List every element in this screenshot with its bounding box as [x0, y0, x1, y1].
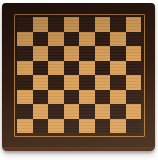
- square-c5[interactable]: [48, 61, 64, 76]
- square-h3[interactable]: [126, 90, 142, 105]
- board-bottom-edge: [3, 147, 154, 151]
- chessboard: [2, 3, 155, 151]
- square-f1[interactable]: [95, 119, 111, 134]
- square-e8[interactable]: [79, 17, 95, 32]
- square-h2[interactable]: [126, 104, 142, 119]
- square-g7[interactable]: [110, 32, 126, 47]
- square-a2[interactable]: [17, 104, 33, 119]
- square-c2[interactable]: [48, 104, 64, 119]
- square-e4[interactable]: [79, 75, 95, 90]
- square-h7[interactable]: [126, 32, 142, 47]
- square-g5[interactable]: [110, 61, 126, 76]
- square-f8[interactable]: [95, 17, 111, 32]
- square-h5[interactable]: [126, 61, 142, 76]
- square-b4[interactable]: [33, 75, 49, 90]
- square-d4[interactable]: [64, 75, 80, 90]
- product-photo: [0, 0, 158, 160]
- square-c7[interactable]: [48, 32, 64, 47]
- square-h6[interactable]: [126, 46, 142, 61]
- square-g6[interactable]: [110, 46, 126, 61]
- square-d8[interactable]: [64, 17, 80, 32]
- square-e5[interactable]: [79, 61, 95, 76]
- square-d1[interactable]: [64, 119, 80, 134]
- square-c8[interactable]: [48, 17, 64, 32]
- square-a4[interactable]: [17, 75, 33, 90]
- square-f3[interactable]: [95, 90, 111, 105]
- square-b7[interactable]: [33, 32, 49, 47]
- square-b6[interactable]: [33, 46, 49, 61]
- square-e7[interactable]: [79, 32, 95, 47]
- square-f4[interactable]: [95, 75, 111, 90]
- square-a7[interactable]: [17, 32, 33, 47]
- square-g4[interactable]: [110, 75, 126, 90]
- square-d2[interactable]: [64, 104, 80, 119]
- square-c6[interactable]: [48, 46, 64, 61]
- square-g2[interactable]: [110, 104, 126, 119]
- square-c1[interactable]: [48, 119, 64, 134]
- square-h8[interactable]: [126, 17, 142, 32]
- square-b5[interactable]: [33, 61, 49, 76]
- board-grid: [17, 17, 141, 133]
- square-a5[interactable]: [17, 61, 33, 76]
- square-e6[interactable]: [79, 46, 95, 61]
- square-h4[interactable]: [126, 75, 142, 90]
- square-e2[interactable]: [79, 104, 95, 119]
- square-b1[interactable]: [33, 119, 49, 134]
- square-d7[interactable]: [64, 32, 80, 47]
- square-f2[interactable]: [95, 104, 111, 119]
- square-c4[interactable]: [48, 75, 64, 90]
- square-d6[interactable]: [64, 46, 80, 61]
- square-b2[interactable]: [33, 104, 49, 119]
- square-e1[interactable]: [79, 119, 95, 134]
- square-a3[interactable]: [17, 90, 33, 105]
- square-a1[interactable]: [17, 119, 33, 134]
- square-a6[interactable]: [17, 46, 33, 61]
- square-g8[interactable]: [110, 17, 126, 32]
- square-f6[interactable]: [95, 46, 111, 61]
- square-b8[interactable]: [33, 17, 49, 32]
- square-b3[interactable]: [33, 90, 49, 105]
- square-h1[interactable]: [126, 119, 142, 134]
- square-d3[interactable]: [64, 90, 80, 105]
- square-f7[interactable]: [95, 32, 111, 47]
- square-g3[interactable]: [110, 90, 126, 105]
- square-e3[interactable]: [79, 90, 95, 105]
- square-d5[interactable]: [64, 61, 80, 76]
- square-f5[interactable]: [95, 61, 111, 76]
- square-a8[interactable]: [17, 17, 33, 32]
- square-c3[interactable]: [48, 90, 64, 105]
- square-g1[interactable]: [110, 119, 126, 134]
